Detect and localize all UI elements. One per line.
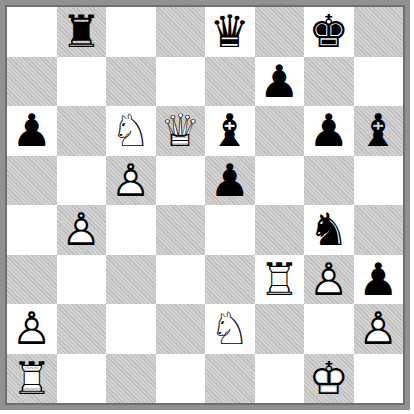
square-d4[interactable] (156, 205, 206, 255)
square-a3[interactable] (7, 255, 57, 305)
square-d2[interactable] (156, 304, 206, 354)
square-h7[interactable] (354, 57, 404, 107)
square-f4[interactable] (255, 205, 305, 255)
white-pawn-a2[interactable]: ♟♙ (7, 304, 57, 354)
square-f1[interactable] (255, 354, 305, 404)
square-a6[interactable]: ♟ (7, 106, 57, 156)
square-g7[interactable] (304, 57, 354, 107)
square-f3[interactable]: ♜♖ (255, 255, 305, 305)
square-c1[interactable] (106, 354, 156, 404)
square-e6[interactable]: ♝ (205, 106, 255, 156)
white-knight-e2[interactable]: ♞♘ (205, 304, 255, 354)
square-e8[interactable]: ♛ (205, 7, 255, 57)
square-h5[interactable] (354, 156, 404, 206)
square-e4[interactable] (205, 205, 255, 255)
square-h6[interactable]: ♝ (354, 106, 404, 156)
white-piece-outline-glyph: ♖ (255, 255, 305, 305)
square-a7[interactable] (7, 57, 57, 107)
black-pawn-g6[interactable]: ♟ (304, 106, 354, 156)
square-c2[interactable] (106, 304, 156, 354)
black-pawn-f7[interactable]: ♟ (255, 57, 305, 107)
black-piece-glyph: ♟ (205, 156, 255, 206)
black-queen-e8[interactable]: ♛ (205, 7, 255, 57)
square-b8[interactable]: ♜ (57, 7, 107, 57)
black-bishop-h6[interactable]: ♝ (354, 106, 404, 156)
white-piece-outline-glyph: ♙ (304, 255, 354, 305)
square-e3[interactable] (205, 255, 255, 305)
square-h8[interactable] (354, 7, 404, 57)
black-bishop-e6[interactable]: ♝ (205, 106, 255, 156)
square-a4[interactable] (7, 205, 57, 255)
white-pawn-g3[interactable]: ♟♙ (304, 255, 354, 305)
square-h2[interactable]: ♟♙ (354, 304, 404, 354)
square-d5[interactable] (156, 156, 206, 206)
square-b7[interactable] (57, 57, 107, 107)
square-g6[interactable]: ♟ (304, 106, 354, 156)
black-piece-glyph: ♝ (205, 106, 255, 156)
square-g3[interactable]: ♟♙ (304, 255, 354, 305)
square-h1[interactable] (354, 354, 404, 404)
white-knight-c6[interactable]: ♞♘ (106, 106, 156, 156)
white-queen-d6[interactable]: ♛♕ (156, 106, 206, 156)
square-g1[interactable]: ♚♔ (304, 354, 354, 404)
white-piece-outline-glyph: ♘ (205, 304, 255, 354)
square-b5[interactable] (57, 156, 107, 206)
square-g5[interactable] (304, 156, 354, 206)
square-c7[interactable] (106, 57, 156, 107)
white-pawn-c5[interactable]: ♟♙ (106, 156, 156, 206)
white-king-g1[interactable]: ♚♔ (304, 354, 354, 404)
black-pawn-e5[interactable]: ♟ (205, 156, 255, 206)
black-piece-glyph: ♝ (354, 106, 404, 156)
square-e1[interactable] (205, 354, 255, 404)
square-f7[interactable]: ♟ (255, 57, 305, 107)
square-g4[interactable]: ♞ (304, 205, 354, 255)
square-f6[interactable] (255, 106, 305, 156)
square-e2[interactable]: ♞♘ (205, 304, 255, 354)
black-piece-glyph: ♟ (255, 57, 305, 107)
white-piece-outline-glyph: ♙ (354, 304, 404, 354)
square-e5[interactable]: ♟ (205, 156, 255, 206)
black-pawn-h3[interactable]: ♟ (354, 255, 404, 305)
black-piece-glyph: ♚ (304, 7, 354, 57)
white-piece-outline-glyph: ♕ (156, 106, 206, 156)
square-d8[interactable] (156, 7, 206, 57)
square-d6[interactable]: ♛♕ (156, 106, 206, 156)
white-rook-a1[interactable]: ♜♖ (7, 354, 57, 404)
square-g2[interactable] (304, 304, 354, 354)
square-g8[interactable]: ♚ (304, 7, 354, 57)
square-c3[interactable] (106, 255, 156, 305)
square-b3[interactable] (57, 255, 107, 305)
white-piece-outline-glyph: ♖ (7, 354, 57, 404)
square-b6[interactable] (57, 106, 107, 156)
black-king-g8[interactable]: ♚ (304, 7, 354, 57)
white-pawn-b4[interactable]: ♟♙ (57, 205, 107, 255)
square-a1[interactable]: ♜♖ (7, 354, 57, 404)
square-h4[interactable] (354, 205, 404, 255)
black-piece-glyph: ♞ (304, 205, 354, 255)
square-b1[interactable] (57, 354, 107, 404)
square-c6[interactable]: ♞♘ (106, 106, 156, 156)
white-piece-outline-glyph: ♙ (7, 304, 57, 354)
white-rook-f3[interactable]: ♜♖ (255, 255, 305, 305)
black-piece-glyph: ♛ (205, 7, 255, 57)
square-a5[interactable] (7, 156, 57, 206)
black-knight-g4[interactable]: ♞ (304, 205, 354, 255)
square-f2[interactable] (255, 304, 305, 354)
square-h3[interactable]: ♟ (354, 255, 404, 305)
black-piece-glyph: ♟ (304, 106, 354, 156)
black-piece-glyph: ♜ (57, 7, 107, 57)
square-c4[interactable] (106, 205, 156, 255)
white-piece-outline-glyph: ♘ (106, 106, 156, 156)
square-d7[interactable] (156, 57, 206, 107)
white-piece-outline-glyph: ♙ (106, 156, 156, 206)
white-piece-outline-glyph: ♔ (304, 354, 354, 404)
square-b4[interactable]: ♟♙ (57, 205, 107, 255)
square-e7[interactable] (205, 57, 255, 107)
black-rook-b8[interactable]: ♜ (57, 7, 107, 57)
black-piece-glyph: ♟ (7, 106, 57, 156)
black-piece-glyph: ♟ (354, 255, 404, 305)
white-pawn-h2[interactable]: ♟♙ (354, 304, 404, 354)
square-f8[interactable] (255, 7, 305, 57)
square-a2[interactable]: ♟♙ (7, 304, 57, 354)
square-f5[interactable] (255, 156, 305, 206)
square-d3[interactable] (156, 255, 206, 305)
board-frame: ♜♛♚♟♟♞♘♛♕♝♟♝♟♙♟♟♙♞♜♖♟♙♟♟♙♞♘♟♙♜♖♚♔ (0, 0, 410, 410)
black-pawn-a6[interactable]: ♟ (7, 106, 57, 156)
square-b2[interactable] (57, 304, 107, 354)
white-piece-outline-glyph: ♙ (57, 205, 107, 255)
square-d1[interactable] (156, 354, 206, 404)
chess-board: ♜♛♚♟♟♞♘♛♕♝♟♝♟♙♟♟♙♞♜♖♟♙♟♟♙♞♘♟♙♜♖♚♔ (5, 5, 405, 405)
square-c5[interactable]: ♟♙ (106, 156, 156, 206)
square-c8[interactable] (106, 7, 156, 57)
square-a8[interactable] (7, 7, 57, 57)
